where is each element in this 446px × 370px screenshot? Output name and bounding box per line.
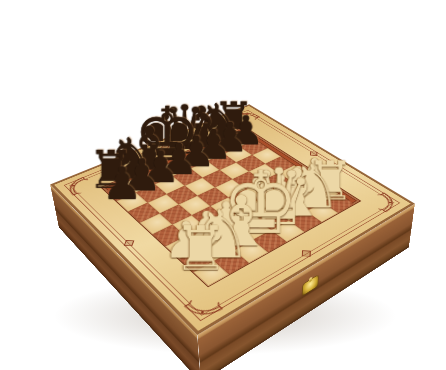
chess-board: ♜♟♟♜♞♟♟♞♝♟♟♝♛♟♟♛♚♟♟♚♝♟♟♝♞♟♟♞♜♟♟♜ <box>111 131 350 278</box>
corner-flourish-icon <box>181 291 226 324</box>
square-h1[interactable]: ♜ <box>193 261 229 286</box>
piece-black-pawn[interactable]: ♟ <box>102 161 142 206</box>
edge-ornament-icon <box>302 250 311 257</box>
corner-flourish-icon <box>366 191 404 214</box>
scene: ♜♟♟♜♞♟♟♞♝♟♟♝♛♟♟♛♚♟♟♚♝♟♟♝♞♟♟♞♜♟♟♜ <box>99 64 359 324</box>
edge-ornament-icon <box>124 240 135 246</box>
photo-stage: ♜♟♟♜♞♟♟♞♝♟♟♝♛♟♟♛♚♟♟♚♝♟♟♝♞♟♟♞♜♟♟♜ <box>0 0 446 370</box>
piece-white-rook[interactable]: ♜ <box>173 218 228 279</box>
brass-latch-icon <box>303 275 318 295</box>
